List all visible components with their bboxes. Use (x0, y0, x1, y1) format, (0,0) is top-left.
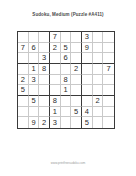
sudoku-cell-r9c9 (103, 117, 114, 128)
sudoku-cell-r9c8 (93, 117, 104, 128)
sudoku-cell-r4c8 (93, 64, 104, 75)
sudoku-cell-r6c1: 5 (18, 85, 29, 96)
sudoku-cell-r5c5: 8 (61, 75, 72, 86)
sudoku-cell-r2c6 (71, 43, 82, 54)
sudoku-cell-r7c5 (61, 96, 72, 107)
sudoku-cell-r2c1: 7 (18, 43, 29, 54)
sudoku-cell-r1c4: 7 (50, 32, 61, 43)
sudoku-cell-r1c8 (93, 32, 104, 43)
sudoku-cell-r8c7: 4 (82, 107, 93, 118)
sudoku-cell-r8c1 (18, 107, 29, 118)
sudoku-cell-r2c4: 2 (50, 43, 61, 54)
sudoku-cell-r6c6 (71, 85, 82, 96)
sudoku-cell-r7c2: 5 (29, 96, 40, 107)
sudoku-cell-r9c3: 2 (39, 117, 50, 128)
sudoku-cell-r1c3 (39, 32, 50, 43)
sudoku-cell-r5c6 (71, 75, 82, 86)
sudoku-cell-r7c8: 2 (93, 96, 104, 107)
sudoku-cell-r8c3 (39, 107, 50, 118)
sudoku-cell-r5c1: 2 (18, 75, 29, 86)
sudoku-cell-r1c7: 3 (82, 32, 93, 43)
sudoku-cell-r2c2: 6 (29, 43, 40, 54)
sudoku-page: Sudoku, Medium (Puzzle #A411) 7376259361… (0, 0, 136, 176)
sudoku-cell-r9c2: 9 (29, 117, 40, 128)
sudoku-cell-r5c8 (93, 75, 104, 86)
sudoku-cell-r9c6 (71, 117, 82, 128)
sudoku-cell-r4c6: 2 (71, 64, 82, 75)
sudoku-cell-r7c1 (18, 96, 29, 107)
page-title: Sudoku, Medium (Puzzle #A411) (0, 12, 136, 17)
sudoku-cell-r8c2 (29, 107, 40, 118)
sudoku-cell-r4c3: 8 (39, 64, 50, 75)
sudoku-cell-r6c8 (93, 85, 104, 96)
sudoku-cell-r1c2 (29, 32, 40, 43)
sudoku-cell-r1c5 (61, 32, 72, 43)
sudoku-cell-r5c7 (82, 75, 93, 86)
sudoku-cell-r8c5 (61, 107, 72, 118)
sudoku-cell-r3c3: 3 (39, 53, 50, 64)
sudoku-cell-r3c6 (71, 53, 82, 64)
sudoku-cell-r4c1 (18, 64, 29, 75)
sudoku-cell-r2c7: 9 (82, 43, 93, 54)
sudoku-cell-r3c2 (29, 53, 40, 64)
sudoku-cell-r5c4 (50, 75, 61, 86)
sudoku-cell-r6c5: 1 (61, 85, 72, 96)
footer-url: www.printfreesudoku.com (0, 161, 136, 165)
sudoku-cell-r5c9 (103, 75, 114, 86)
sudoku-cell-r3c9 (103, 53, 114, 64)
sudoku-cell-r2c3 (39, 43, 50, 54)
sudoku-cell-r2c9 (103, 43, 114, 54)
sudoku-cell-r6c2 (29, 85, 40, 96)
sudoku-cell-r7c6 (71, 96, 82, 107)
sudoku-cell-r7c3 (39, 96, 50, 107)
sudoku-cell-r2c5: 5 (61, 43, 72, 54)
sudoku-cell-r3c7 (82, 53, 93, 64)
sudoku-cell-r8c8 (93, 107, 104, 118)
sudoku-cell-r5c2: 3 (29, 75, 40, 86)
sudoku-cell-r8c4: 1 (50, 107, 61, 118)
sudoku-cell-r3c5: 6 (61, 53, 72, 64)
sudoku-cell-r1c6 (71, 32, 82, 43)
sudoku-cell-r4c7 (82, 64, 93, 75)
sudoku-cell-r6c3 (39, 85, 50, 96)
sudoku-cell-r8c6: 5 (71, 107, 82, 118)
sudoku-cell-r2c8 (93, 43, 104, 54)
sudoku-cell-r9c1 (18, 117, 29, 128)
sudoku-cell-r6c7 (82, 85, 93, 96)
sudoku-cell-r9c7: 5 (82, 117, 93, 128)
sudoku-cell-r4c4 (50, 64, 61, 75)
sudoku-cell-r4c5 (61, 64, 72, 75)
sudoku-cell-r7c9 (103, 96, 114, 107)
sudoku-cell-r9c5 (61, 117, 72, 128)
sudoku-grid: 7376259361827238515821549235 (17, 31, 115, 129)
sudoku-cell-r3c4 (50, 53, 61, 64)
sudoku-cell-r7c7 (82, 96, 93, 107)
sudoku-cell-r8c9 (103, 107, 114, 118)
sudoku-cell-r3c1 (18, 53, 29, 64)
sudoku-cell-r5c3 (39, 75, 50, 86)
sudoku-cell-r1c1 (18, 32, 29, 43)
sudoku-cell-r6c4 (50, 85, 61, 96)
sudoku-cell-r1c9 (103, 32, 114, 43)
sudoku-cell-r3c8 (93, 53, 104, 64)
sudoku-cell-r4c2: 1 (29, 64, 40, 75)
sudoku-cell-r7c4: 8 (50, 96, 61, 107)
sudoku-cell-r4c9: 7 (103, 64, 114, 75)
sudoku-cell-r9c4: 3 (50, 117, 61, 128)
sudoku-cell-r6c9 (103, 85, 114, 96)
